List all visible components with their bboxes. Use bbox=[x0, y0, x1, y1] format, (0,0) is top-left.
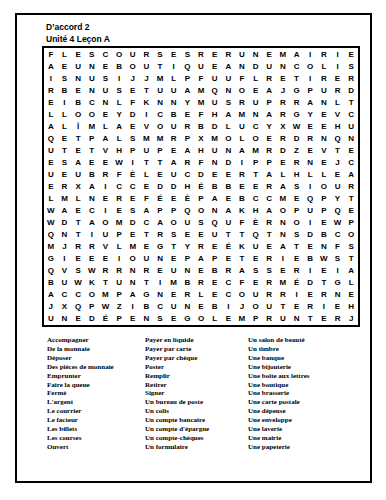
grid-cell: D bbox=[126, 108, 140, 120]
grid-cell: F bbox=[194, 72, 208, 84]
grid-cell: K bbox=[85, 277, 99, 289]
grid-cell: H bbox=[112, 144, 126, 156]
grid-cell: B bbox=[221, 180, 235, 192]
grid-cell: E bbox=[71, 253, 85, 265]
grid-cell: L bbox=[167, 72, 181, 84]
grid-cell: I bbox=[235, 156, 249, 168]
grid-cell: U bbox=[208, 229, 222, 241]
grid-cell: R bbox=[140, 265, 154, 277]
grid-cell: A bbox=[167, 156, 181, 168]
grid-cell: R bbox=[262, 180, 276, 192]
grid-cell: E bbox=[167, 48, 181, 60]
grid-cell: S bbox=[290, 180, 304, 192]
grid-cell: T bbox=[140, 229, 154, 241]
grid-cell: U bbox=[71, 168, 85, 180]
grid-cell: R bbox=[71, 241, 85, 253]
grid-cell: S bbox=[249, 265, 263, 277]
grid-cell: R bbox=[112, 193, 126, 205]
grid-cell: N bbox=[303, 156, 317, 168]
grid-cell: E bbox=[221, 168, 235, 180]
grid-cell: E bbox=[99, 193, 113, 205]
word-list-item: Un colis bbox=[145, 407, 209, 416]
grid-cell: R bbox=[262, 289, 276, 301]
grid-cell: V bbox=[331, 108, 345, 120]
grid-cell: O bbox=[303, 60, 317, 72]
grid-cell: I bbox=[85, 229, 99, 241]
grid-cell: R bbox=[331, 84, 345, 96]
grid-cell: E bbox=[140, 180, 154, 192]
grid-cell: U bbox=[99, 84, 113, 96]
grid-cell: U bbox=[153, 84, 167, 96]
grid-cell: Q bbox=[44, 229, 58, 241]
grid-cell: E bbox=[317, 108, 331, 120]
grid-cell: V bbox=[99, 241, 113, 253]
grid-cell: M bbox=[167, 277, 181, 289]
grid-cell: N bbox=[290, 313, 304, 325]
grid-cell: M bbox=[58, 193, 72, 205]
grid-cell: N bbox=[221, 144, 235, 156]
grid-cell: I bbox=[58, 253, 72, 265]
grid-cell: R bbox=[276, 132, 290, 144]
grid-cell: L bbox=[331, 96, 345, 108]
grid-cell: S bbox=[58, 156, 72, 168]
grid-cell: U bbox=[44, 313, 58, 325]
grid-cell: T bbox=[344, 253, 358, 265]
grid-cell: T bbox=[235, 229, 249, 241]
grid-cell: I bbox=[112, 253, 126, 265]
grid-cell: E bbox=[58, 60, 72, 72]
grid-cell: H bbox=[194, 144, 208, 156]
grid-cell: B bbox=[58, 84, 72, 96]
grid-cell: O bbox=[221, 132, 235, 144]
grid-cell: D bbox=[85, 313, 99, 325]
grid-cell: U bbox=[167, 301, 181, 313]
grid-cell: C bbox=[221, 277, 235, 289]
word-list-item: Les billets bbox=[47, 425, 114, 434]
grid-cell: R bbox=[181, 156, 195, 168]
grid-cell: P bbox=[85, 132, 99, 144]
word-list-column-2: Payer en liquidePayer par cartePayer par… bbox=[145, 336, 209, 452]
grid-cell: R bbox=[181, 120, 195, 132]
grid-cell: R bbox=[194, 241, 208, 253]
grid-cell: V bbox=[99, 144, 113, 156]
grid-cell: J bbox=[58, 241, 72, 253]
grid-cell: T bbox=[344, 96, 358, 108]
word-list-item: Un salon de beauté bbox=[248, 336, 310, 345]
grid-cell: I bbox=[331, 265, 345, 277]
grid-cell: N bbox=[317, 241, 331, 253]
grid-cell: O bbox=[194, 313, 208, 325]
grid-cell: P bbox=[181, 132, 195, 144]
grid-cell: A bbox=[262, 108, 276, 120]
grid-cell: E bbox=[126, 193, 140, 205]
grid-cell: U bbox=[140, 253, 154, 265]
grid-cell: N bbox=[317, 96, 331, 108]
grid-cell: Q bbox=[181, 60, 195, 72]
grid-cell: N bbox=[208, 205, 222, 217]
grid-cell: E bbox=[303, 241, 317, 253]
grid-cell: E bbox=[276, 156, 290, 168]
grid-cell: P bbox=[153, 144, 167, 156]
grid-cell: U bbox=[140, 60, 154, 72]
grid-cell: A bbox=[112, 120, 126, 132]
grid-cell: C bbox=[112, 180, 126, 192]
grid-cell: E bbox=[221, 313, 235, 325]
grid-cell: U bbox=[167, 265, 181, 277]
word-list-item: Accompagner bbox=[47, 336, 114, 345]
grid-cell: B bbox=[303, 253, 317, 265]
grid-cell: G bbox=[290, 84, 304, 96]
grid-cell: P bbox=[249, 313, 263, 325]
grid-cell: L bbox=[58, 108, 72, 120]
grid-cell: U bbox=[249, 289, 263, 301]
grid-cell: R bbox=[262, 253, 276, 265]
grid-cell: R bbox=[276, 96, 290, 108]
grid-cell: P bbox=[112, 229, 126, 241]
word-list-item: Les courses bbox=[47, 434, 114, 443]
grid-cell: B bbox=[235, 193, 249, 205]
grid-cell: I bbox=[331, 48, 345, 60]
grid-cell: I bbox=[331, 60, 345, 72]
grid-cell: I bbox=[317, 301, 331, 313]
grid-cell: R bbox=[262, 217, 276, 229]
grid-cell: A bbox=[344, 265, 358, 277]
grid-cell: A bbox=[44, 120, 58, 132]
grid-cell: B bbox=[71, 96, 85, 108]
grid-cell: E bbox=[331, 72, 345, 84]
grid-cell: U bbox=[208, 72, 222, 84]
grid-cell: A bbox=[153, 217, 167, 229]
grid-cell: B bbox=[112, 60, 126, 72]
grid-cell: M bbox=[140, 132, 154, 144]
grid-cell: E bbox=[140, 241, 154, 253]
grid-cell: P bbox=[85, 301, 99, 313]
grid-cell: I bbox=[126, 156, 140, 168]
grid-cell: P bbox=[344, 217, 358, 229]
word-list-item: Un formulaire bbox=[145, 443, 209, 452]
grid-cell: H bbox=[344, 301, 358, 313]
grid-cell: U bbox=[71, 60, 85, 72]
grid-cell: C bbox=[126, 180, 140, 192]
word-list-item: Payer par chèque bbox=[145, 354, 209, 363]
grid-cell: C bbox=[99, 48, 113, 60]
grid-cell: R bbox=[262, 313, 276, 325]
grid-cell: N bbox=[276, 217, 290, 229]
grid-cell: W bbox=[44, 205, 58, 217]
grid-cell: L bbox=[303, 168, 317, 180]
grid-cell: A bbox=[262, 205, 276, 217]
grid-cell: S bbox=[194, 217, 208, 229]
grid-cell: Q bbox=[71, 301, 85, 313]
grid-cell: A bbox=[276, 180, 290, 192]
grid-cell: C bbox=[344, 108, 358, 120]
grid-cell: E bbox=[344, 144, 358, 156]
grid-cell: D bbox=[303, 229, 317, 241]
grid-cell: J bbox=[126, 72, 140, 84]
grid-cell: G bbox=[331, 277, 345, 289]
grid-cell: V bbox=[140, 120, 154, 132]
grid-cell: E bbox=[249, 180, 263, 192]
grid-cell: C bbox=[249, 193, 263, 205]
grid-cell: V bbox=[58, 265, 72, 277]
grid-cell: A bbox=[71, 156, 85, 168]
grid-cell: J bbox=[276, 84, 290, 96]
grid-cell: R bbox=[290, 96, 304, 108]
word-list-column-1: AccompagnerDe la monnaieDéposerDes pièce… bbox=[47, 336, 114, 452]
grid-cell: O bbox=[194, 205, 208, 217]
grid-cell: E bbox=[317, 313, 331, 325]
grid-cell: U bbox=[181, 217, 195, 229]
grid-cell: E bbox=[194, 265, 208, 277]
grid-cell: E bbox=[235, 180, 249, 192]
grid-cell: E bbox=[276, 265, 290, 277]
grid-cell: E bbox=[44, 156, 58, 168]
grid-cell: O bbox=[153, 120, 167, 132]
grid-cell: E bbox=[208, 277, 222, 289]
grid-cell: N bbox=[71, 72, 85, 84]
grid-cell: E bbox=[344, 289, 358, 301]
grid-cell: L bbox=[112, 241, 126, 253]
grid-cell: T bbox=[344, 193, 358, 205]
grid-cell: E bbox=[290, 301, 304, 313]
grid-cell: E bbox=[181, 108, 195, 120]
grid-cell: E bbox=[71, 144, 85, 156]
grid-cell: U bbox=[303, 205, 317, 217]
grid-cell: L bbox=[194, 289, 208, 301]
grid-cell: C bbox=[71, 289, 85, 301]
grid-cell: S bbox=[58, 72, 72, 84]
grid-cell: P bbox=[112, 313, 126, 325]
grid-cell: C bbox=[85, 96, 99, 108]
grid-cell: K bbox=[235, 205, 249, 217]
grid-cell: R bbox=[194, 277, 208, 289]
grid-cell: L bbox=[44, 193, 58, 205]
grid-cell: A bbox=[344, 168, 358, 180]
grid-cell: Q bbox=[331, 205, 345, 217]
grid-cell: O bbox=[235, 289, 249, 301]
grid-cell: F bbox=[235, 217, 249, 229]
grid-cell: T bbox=[153, 60, 167, 72]
grid-cell: L bbox=[99, 120, 113, 132]
grid-cell: F bbox=[235, 72, 249, 84]
grid-cell: R bbox=[58, 180, 72, 192]
grid-cell: E bbox=[126, 229, 140, 241]
grid-cell: P bbox=[112, 289, 126, 301]
grid-cell: O bbox=[249, 132, 263, 144]
grid-cell: P bbox=[249, 156, 263, 168]
grid-cell: U bbox=[262, 301, 276, 313]
grid-cell: B bbox=[194, 120, 208, 132]
grid-cell: C bbox=[249, 120, 263, 132]
grid-cell: U bbox=[262, 60, 276, 72]
word-list-item: Une papeterie bbox=[248, 443, 310, 452]
grid-cell: R bbox=[44, 84, 58, 96]
grid-cell: T bbox=[167, 241, 181, 253]
grid-cell: G bbox=[44, 253, 58, 265]
grid-cell: T bbox=[235, 253, 249, 265]
word-list-item: Une mairie bbox=[248, 434, 310, 443]
grid-cell: E bbox=[208, 289, 222, 301]
grid-cell: A bbox=[194, 253, 208, 265]
grid-cell: A bbox=[290, 48, 304, 60]
grid-cell: E bbox=[194, 229, 208, 241]
grid-cell: I bbox=[303, 217, 317, 229]
grid-cell: E bbox=[126, 84, 140, 96]
grid-cell: C bbox=[58, 289, 72, 301]
grid-cell: S bbox=[126, 132, 140, 144]
grid-cell: L bbox=[221, 120, 235, 132]
grid-cell: M bbox=[276, 277, 290, 289]
grid-cell: D bbox=[208, 120, 222, 132]
grid-cell: L bbox=[344, 277, 358, 289]
grid-cell: S bbox=[344, 60, 358, 72]
grid-cell: L bbox=[112, 132, 126, 144]
grid-cell: R bbox=[276, 289, 290, 301]
grid-cell: E bbox=[153, 265, 167, 277]
grid-cell: A bbox=[208, 193, 222, 205]
grid-cell: A bbox=[85, 180, 99, 192]
grid-cell: F bbox=[235, 277, 249, 289]
grid-cell: M bbox=[235, 313, 249, 325]
grid-cell: S bbox=[167, 229, 181, 241]
grid-cell: I bbox=[99, 205, 113, 217]
grid-cell: R bbox=[99, 168, 113, 180]
grid-cell: E bbox=[317, 156, 331, 168]
grid-cell: I bbox=[276, 253, 290, 265]
grid-cell: M bbox=[249, 144, 263, 156]
page-border: D’accord 2 Unité 4 Leçon A FLESCOURSESRE… bbox=[15, 13, 372, 483]
grid-cell: C bbox=[221, 289, 235, 301]
grid-cell: E bbox=[208, 241, 222, 253]
grid-cell: L bbox=[276, 168, 290, 180]
grid-cell: R bbox=[344, 180, 358, 192]
grid-cell: U bbox=[221, 72, 235, 84]
grid-cell: R bbox=[99, 265, 113, 277]
grid-cell: Z bbox=[112, 301, 126, 313]
grid-cell: C bbox=[153, 108, 167, 120]
grid-cell: A bbox=[262, 168, 276, 180]
grid-cell: N bbox=[153, 96, 167, 108]
grid-cell: Q bbox=[249, 229, 263, 241]
grid-cell: Y bbox=[112, 108, 126, 120]
grid-cell: T bbox=[71, 132, 85, 144]
grid-cell: A bbox=[303, 96, 317, 108]
grid-cell: S bbox=[181, 48, 195, 60]
grid-cell: U bbox=[58, 277, 72, 289]
grid-cell: I bbox=[44, 72, 58, 84]
grid-cell: N bbox=[235, 60, 249, 72]
grid-cell: S bbox=[85, 48, 99, 60]
grid-cell: H bbox=[181, 180, 195, 192]
grid-cell: X bbox=[194, 132, 208, 144]
grid-cell: X bbox=[58, 301, 72, 313]
grid-cell: N bbox=[221, 84, 235, 96]
grid-cell: R bbox=[317, 48, 331, 60]
grid-cell: H bbox=[208, 108, 222, 120]
grid-cell: E bbox=[71, 205, 85, 217]
grid-cell: E bbox=[208, 60, 222, 72]
word-list-item: Payer en liquide bbox=[145, 336, 209, 345]
word-list-item: Un bureau de poste bbox=[145, 398, 209, 407]
grid-cell: S bbox=[153, 313, 167, 325]
grid-cell: R bbox=[167, 132, 181, 144]
grid-cell: D bbox=[194, 168, 208, 180]
grid-cell: E bbox=[167, 193, 181, 205]
grid-cell: R bbox=[331, 313, 345, 325]
word-search-grid: FLESCOURSESRERUNEMAIRIEAEUNEBOUTIQUEANDU… bbox=[42, 46, 360, 327]
grid-cell: N bbox=[276, 229, 290, 241]
grid-cell: E bbox=[194, 301, 208, 313]
word-list-item: Un compte d'épargne bbox=[145, 425, 209, 434]
grid-cell: Q bbox=[44, 132, 58, 144]
grid-cell: H bbox=[249, 205, 263, 217]
word-list-item: Une dépense bbox=[248, 407, 310, 416]
grid-cell: U bbox=[99, 229, 113, 241]
grid-cell: L bbox=[235, 132, 249, 144]
grid-cell: N bbox=[85, 60, 99, 72]
grid-cell: J bbox=[235, 301, 249, 313]
word-list-item: Emprunter bbox=[47, 372, 114, 381]
grid-cell: J bbox=[140, 72, 154, 84]
grid-cell: A bbox=[235, 265, 249, 277]
word-list-item: Signer bbox=[145, 389, 209, 398]
word-list-item: Une bijouterie bbox=[248, 363, 310, 372]
grid-cell: I bbox=[303, 48, 317, 60]
word-list-item: Déposer bbox=[47, 354, 114, 363]
grid-cell: O bbox=[276, 205, 290, 217]
grid-cell: B bbox=[44, 277, 58, 289]
grid-cell: V bbox=[317, 144, 331, 156]
grid-cell: O bbox=[99, 217, 113, 229]
grid-cell: C bbox=[344, 156, 358, 168]
grid-cell: I bbox=[303, 180, 317, 192]
grid-cell: G bbox=[153, 241, 167, 253]
grid-cell: R bbox=[262, 144, 276, 156]
grid-cell: P bbox=[181, 72, 195, 84]
grid-cell: C bbox=[85, 205, 99, 217]
grid-cell: Q bbox=[44, 265, 58, 277]
grid-cell: D bbox=[126, 217, 140, 229]
grid-cell: T bbox=[71, 217, 85, 229]
grid-cell: T bbox=[317, 277, 331, 289]
grid-cell: E bbox=[344, 205, 358, 217]
word-list-item: Une enveloppe bbox=[248, 416, 310, 425]
grid-cell: T bbox=[71, 229, 85, 241]
grid-cell: F bbox=[194, 108, 208, 120]
grid-cell: R bbox=[303, 301, 317, 313]
word-list-item: De la monnaie bbox=[47, 345, 114, 354]
grid-cell: F bbox=[112, 168, 126, 180]
grid-cell: D bbox=[276, 144, 290, 156]
grid-cell: E bbox=[44, 96, 58, 108]
grid-cell: W bbox=[71, 277, 85, 289]
grid-cell: P bbox=[167, 205, 181, 217]
grid-cell: N bbox=[276, 60, 290, 72]
grid-cell: D bbox=[153, 180, 167, 192]
grid-cell: E bbox=[249, 84, 263, 96]
grid-cell: M bbox=[126, 241, 140, 253]
grid-cell: N bbox=[58, 229, 72, 241]
grid-cell: M bbox=[194, 84, 208, 96]
grid-cell: R bbox=[140, 48, 154, 60]
grid-cell: R bbox=[85, 241, 99, 253]
grid-cell: N bbox=[126, 265, 140, 277]
grid-cell: N bbox=[140, 313, 154, 325]
grid-cell: E bbox=[331, 168, 345, 180]
grid-cell: A bbox=[126, 289, 140, 301]
grid-cell: U bbox=[344, 120, 358, 132]
grid-cell: T bbox=[331, 144, 345, 156]
